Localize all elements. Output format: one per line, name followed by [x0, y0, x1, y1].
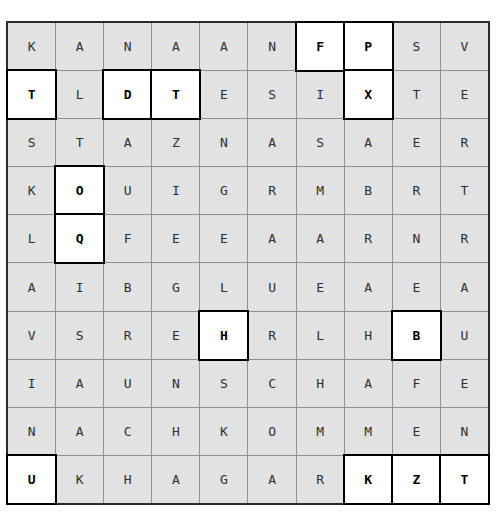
grid-cell-r7c2[interactable]: S: [56, 312, 103, 359]
grid-cell-r1c6[interactable]: N: [248, 23, 295, 70]
grid-cell-r10c9[interactable]: Z: [393, 456, 440, 503]
grid-cell-r6c9[interactable]: E: [393, 263, 440, 310]
grid-cell-r10c1[interactable]: U: [8, 456, 55, 503]
grid-cell-r7c7[interactable]: L: [297, 312, 344, 359]
grid-cell-r2c2[interactable]: L: [56, 71, 103, 118]
grid-cell-r8c7[interactable]: H: [297, 360, 344, 407]
grid-cell-r5c10[interactable]: R: [441, 215, 488, 262]
grid-cell-r1c2[interactable]: A: [56, 23, 103, 70]
grid-cell-r8c3[interactable]: U: [104, 360, 151, 407]
grid-cell-r10c10[interactable]: T: [441, 456, 488, 503]
grid-cell-r8c10[interactable]: E: [441, 360, 488, 407]
grid-cell-r4c4[interactable]: I: [152, 167, 199, 214]
grid-cell-r4c8[interactable]: B: [345, 167, 392, 214]
grid-cell-r1c4[interactable]: A: [152, 23, 199, 70]
grid-cell-r2c10[interactable]: E: [441, 71, 488, 118]
grid-cell-r10c3[interactable]: H: [104, 456, 151, 503]
grid-cell-r10c5[interactable]: G: [200, 456, 247, 503]
grid-cell-r3c5[interactable]: N: [200, 119, 247, 166]
grid-cell-r4c3[interactable]: U: [104, 167, 151, 214]
grid-cell-r1c8[interactable]: P: [345, 23, 392, 70]
grid-cell-r4c5[interactable]: G: [200, 167, 247, 214]
grid-cell-r7c3[interactable]: R: [104, 312, 151, 359]
grid-cell-r7c4[interactable]: E: [152, 312, 199, 359]
word-search-grid: KANAANFPSVTLDTESIXTESTAZNASAERKOUIGRMBRT…: [6, 21, 490, 505]
grid-cell-r9c6[interactable]: O: [248, 408, 295, 455]
grid-cell-r9c7[interactable]: M: [297, 408, 344, 455]
grid-cell-r3c2[interactable]: T: [56, 119, 103, 166]
grid-cell-r3c8[interactable]: A: [345, 119, 392, 166]
grid-cell-r7c9[interactable]: B: [393, 312, 440, 359]
grid-cell-r6c6[interactable]: U: [248, 263, 295, 310]
grid-cell-r1c9[interactable]: S: [393, 23, 440, 70]
grid-cell-r8c4[interactable]: N: [152, 360, 199, 407]
grid-cell-r9c10[interactable]: N: [441, 408, 488, 455]
grid-cell-r2c3[interactable]: D: [104, 71, 151, 118]
grid-cell-r1c3[interactable]: N: [104, 23, 151, 70]
grid-cell-r10c2[interactable]: K: [56, 456, 103, 503]
grid-cell-r7c8[interactable]: H: [345, 312, 392, 359]
grid-cell-r5c7[interactable]: A: [297, 215, 344, 262]
grid-cell-r2c9[interactable]: T: [393, 71, 440, 118]
grid-cell-r2c5[interactable]: E: [200, 71, 247, 118]
grid-cell-r4c2[interactable]: O: [56, 167, 103, 214]
grid-cell-r7c10[interactable]: U: [441, 312, 488, 359]
grid-cell-r5c9[interactable]: N: [393, 215, 440, 262]
grid-cell-r6c5[interactable]: L: [200, 263, 247, 310]
grid-cell-r10c6[interactable]: A: [248, 456, 295, 503]
grid-cell-r3c1[interactable]: S: [8, 119, 55, 166]
grid-cell-r6c2[interactable]: I: [56, 263, 103, 310]
grid-cell-r3c9[interactable]: E: [393, 119, 440, 166]
grid-cell-r5c4[interactable]: E: [152, 215, 199, 262]
grid-cell-r9c3[interactable]: C: [104, 408, 151, 455]
grid-cell-r1c5[interactable]: A: [200, 23, 247, 70]
grid-cell-r3c4[interactable]: Z: [152, 119, 199, 166]
grid-cell-r7c5[interactable]: H: [200, 312, 247, 359]
grid-cell-r4c6[interactable]: R: [248, 167, 295, 214]
grid-cell-r3c7[interactable]: S: [297, 119, 344, 166]
grid-cell-r9c2[interactable]: A: [56, 408, 103, 455]
grid-cell-r4c1[interactable]: K: [8, 167, 55, 214]
grid-cell-r1c10[interactable]: V: [441, 23, 488, 70]
grid-cell-r10c8[interactable]: K: [345, 456, 392, 503]
grid-cell-r8c9[interactable]: F: [393, 360, 440, 407]
grid-cell-r1c1[interactable]: K: [8, 23, 55, 70]
grid-cell-r9c9[interactable]: E: [393, 408, 440, 455]
grid-cell-r10c7[interactable]: R: [297, 456, 344, 503]
grid-cell-r4c9[interactable]: R: [393, 167, 440, 214]
grid-cell-r10c4[interactable]: A: [152, 456, 199, 503]
grid-cell-r7c6[interactable]: R: [248, 312, 295, 359]
grid-cell-r2c8[interactable]: X: [345, 71, 392, 118]
grid-cell-r8c8[interactable]: A: [345, 360, 392, 407]
grid-cell-r5c8[interactable]: R: [345, 215, 392, 262]
grid-cell-r6c4[interactable]: G: [152, 263, 199, 310]
grid-cell-r8c5[interactable]: S: [200, 360, 247, 407]
grid-cell-r5c5[interactable]: E: [200, 215, 247, 262]
grid-cell-r2c1[interactable]: T: [8, 71, 55, 118]
grid-cell-r3c10[interactable]: R: [441, 119, 488, 166]
grid-cell-r9c4[interactable]: H: [152, 408, 199, 455]
grid-cell-r2c6[interactable]: S: [248, 71, 295, 118]
grid-cell-r4c7[interactable]: M: [297, 167, 344, 214]
grid-cell-r9c5[interactable]: K: [200, 408, 247, 455]
grid-cell-r6c8[interactable]: A: [345, 263, 392, 310]
grid-cell-r1c7[interactable]: F: [297, 23, 344, 70]
grid-cell-r6c10[interactable]: A: [441, 263, 488, 310]
grid-cell-r8c2[interactable]: A: [56, 360, 103, 407]
grid-cell-r9c1[interactable]: N: [8, 408, 55, 455]
grid-cell-r7c1[interactable]: V: [8, 312, 55, 359]
grid-cell-r6c3[interactable]: B: [104, 263, 151, 310]
grid-cell-r2c4[interactable]: T: [152, 71, 199, 118]
grid-cell-r2c7[interactable]: I: [297, 71, 344, 118]
grid-cell-r9c8[interactable]: M: [345, 408, 392, 455]
grid-cell-r6c1[interactable]: A: [8, 263, 55, 310]
grid-cell-r4c10[interactable]: T: [441, 167, 488, 214]
grid-cell-r8c1[interactable]: I: [8, 360, 55, 407]
grid-cell-r8c6[interactable]: C: [248, 360, 295, 407]
grid-cell-r3c6[interactable]: A: [248, 119, 295, 166]
grid-cell-r6c7[interactable]: E: [297, 263, 344, 310]
grid-cell-r5c6[interactable]: A: [248, 215, 295, 262]
grid-cell-r3c3[interactable]: A: [104, 119, 151, 166]
grid-cell-r5c3[interactable]: F: [104, 215, 151, 262]
grid-cell-r5c2[interactable]: Q: [56, 215, 103, 262]
grid-cell-r5c1[interactable]: L: [8, 215, 55, 262]
